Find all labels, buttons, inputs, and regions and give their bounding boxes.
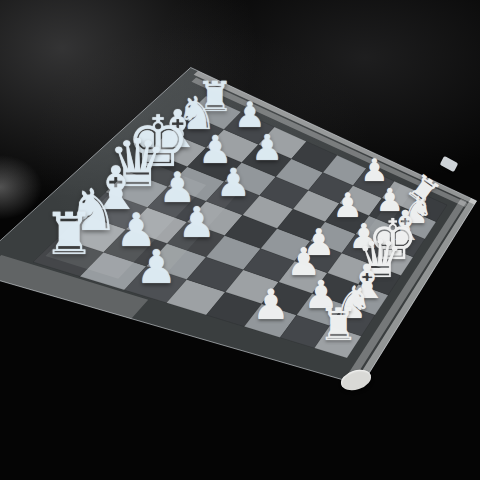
piece-frosted-rook-a8[interactable]: ♜ (318, 303, 358, 348)
piece-clear-pawn-g3[interactable]: ♟ (251, 129, 283, 165)
photo-scene: ♜♞♝♛♚♝♞♜♟♟♟♟♟♟♟♟♜♞♝♛♚♝♞♜♟♟♟♟♟♟♟♟ (0, 0, 480, 480)
piece-clear-rook-a1[interactable]: ♜ (43, 206, 95, 264)
piece-clear-pawn-c3[interactable]: ♟ (178, 202, 216, 244)
piece-clear-pawn-e3[interactable]: ♟ (216, 164, 251, 203)
piece-frosted-pawn-a6[interactable]: ♟ (252, 284, 289, 326)
piece-clear-pawn-a3[interactable]: ♟ (136, 243, 178, 290)
